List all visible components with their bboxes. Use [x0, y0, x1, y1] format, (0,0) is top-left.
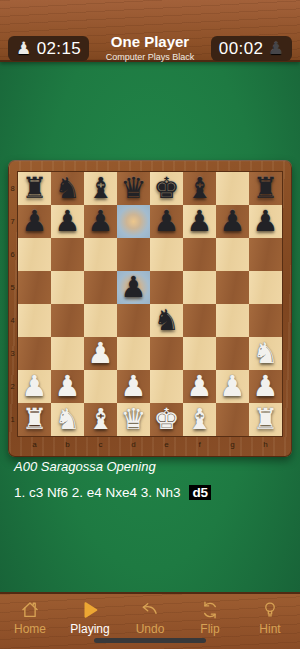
moves-played: 1. c3 Nf6 2. e4 Nxe4 3. Nh3 [14, 485, 181, 500]
square-g2[interactable]: ♟ [216, 370, 249, 403]
square-f1[interactable]: ♝ [183, 403, 216, 436]
rank-label-3: 3 [8, 337, 17, 370]
tab-hint[interactable]: Hint [240, 594, 300, 649]
square-c2[interactable] [84, 370, 117, 403]
square-g6[interactable] [216, 238, 249, 271]
top-bar: ♟ 02:15 One Player Computer Plays Black … [0, 0, 300, 62]
black-pawn-f7: ♟ [183, 205, 216, 238]
black-rook-h8: ♜ [249, 172, 282, 205]
home-indicator[interactable] [94, 638, 206, 643]
file-label-h: h [249, 438, 282, 452]
square-c1[interactable]: ♝ [84, 403, 117, 436]
file-labels: abcdefgh [18, 438, 282, 452]
square-a8[interactable]: ♜ [18, 172, 51, 205]
square-c8[interactable]: ♝ [84, 172, 117, 205]
square-f8[interactable]: ♝ [183, 172, 216, 205]
rank-label-6: 6 [8, 238, 17, 271]
square-c4[interactable] [84, 304, 117, 337]
white-bishop-f1: ♝ [183, 403, 216, 436]
black-pawn-d5: ♟ [117, 271, 150, 304]
file-label-f: f [183, 438, 216, 452]
square-f5[interactable] [183, 271, 216, 304]
file-label-b: b [51, 438, 84, 452]
white-pawn-c3: ♟ [84, 337, 117, 370]
white-knight-h3: ♞ [249, 337, 282, 370]
file-label-a: a [18, 438, 51, 452]
file-label-d: d [117, 438, 150, 452]
square-h6[interactable] [249, 238, 282, 271]
white-queen-d1: ♛ [117, 403, 150, 436]
square-a6[interactable] [18, 238, 51, 271]
square-f3[interactable] [183, 337, 216, 370]
file-label-g: g [216, 438, 249, 452]
board-grid: ♜♞♝♛♚♝♜♟♟♟♟♟♟♟♟♞♟♞♟♟♟♟♟♟♜♞♝♛♚♝♜ [17, 171, 283, 437]
white-pawn-a2: ♟ [18, 370, 51, 403]
black-rook-a8: ♜ [18, 172, 51, 205]
tab-home-label: Home [14, 622, 46, 636]
square-h4[interactable] [249, 304, 282, 337]
square-a7[interactable]: ♟ [18, 205, 51, 238]
opening-name: A00 Saragossa Opening [14, 459, 156, 474]
square-c5[interactable] [84, 271, 117, 304]
square-b7[interactable]: ♟ [51, 205, 84, 238]
white-pawn-f2: ♟ [183, 370, 216, 403]
square-d8[interactable]: ♛ [117, 172, 150, 205]
undo-icon [138, 598, 162, 621]
square-g1[interactable] [216, 403, 249, 436]
square-b1[interactable]: ♞ [51, 403, 84, 436]
white-rook-h1: ♜ [249, 403, 282, 436]
black-knight-b8: ♞ [51, 172, 84, 205]
black-clock: 00:02 ♟ [211, 36, 292, 61]
square-f2[interactable]: ♟ [183, 370, 216, 403]
white-pawn-h2: ♟ [249, 370, 282, 403]
square-a4[interactable] [18, 304, 51, 337]
square-g4[interactable] [216, 304, 249, 337]
square-d2[interactable]: ♟ [117, 370, 150, 403]
lightbulb-icon [258, 598, 282, 621]
square-c3[interactable]: ♟ [84, 337, 117, 370]
square-b8[interactable]: ♞ [51, 172, 84, 205]
move-list: 1. c3 Nf6 2. e4 Nxe4 3. Nh3 d5 [14, 485, 211, 500]
square-a5[interactable] [18, 271, 51, 304]
play-icon [78, 598, 102, 621]
square-h2[interactable]: ♟ [249, 370, 282, 403]
white-knight-b1: ♞ [51, 403, 84, 436]
black-pawn-a7: ♟ [18, 205, 51, 238]
square-b2[interactable]: ♟ [51, 370, 84, 403]
black-bishop-f8: ♝ [183, 172, 216, 205]
square-g7[interactable]: ♟ [216, 205, 249, 238]
square-e7[interactable]: ♟ [150, 205, 183, 238]
square-d4[interactable] [117, 304, 150, 337]
square-e2[interactable] [150, 370, 183, 403]
black-pawn-g7: ♟ [216, 205, 249, 238]
square-e8[interactable]: ♚ [150, 172, 183, 205]
white-bishop-c1: ♝ [84, 403, 117, 436]
square-f7[interactable]: ♟ [183, 205, 216, 238]
square-f6[interactable] [183, 238, 216, 271]
square-d5[interactable]: ♟ [117, 271, 150, 304]
square-h5[interactable] [249, 271, 282, 304]
file-label-e: e [150, 438, 183, 452]
square-b4[interactable] [51, 304, 84, 337]
file-label-c: c [84, 438, 117, 452]
black-pawn-h7: ♟ [249, 205, 282, 238]
current-move: d5 [189, 485, 211, 500]
flip-icon [198, 598, 222, 621]
app-root: ♟ 02:15 One Player Computer Plays Black … [0, 0, 300, 649]
square-d1[interactable]: ♛ [117, 403, 150, 436]
square-c7[interactable]: ♟ [84, 205, 117, 238]
rank-label-4: 4 [8, 304, 17, 337]
square-a2[interactable]: ♟ [18, 370, 51, 403]
square-g5[interactable] [216, 271, 249, 304]
white-pawn-d2: ♟ [117, 370, 150, 403]
square-f4[interactable] [183, 304, 216, 337]
white-pawn-g2: ♟ [216, 370, 249, 403]
square-h3[interactable]: ♞ [249, 337, 282, 370]
square-b6[interactable] [51, 238, 84, 271]
black-king-e8: ♚ [150, 172, 183, 205]
square-c6[interactable] [84, 238, 117, 271]
square-d3[interactable] [117, 337, 150, 370]
rank-label-5: 5 [8, 271, 17, 304]
tab-undo-label: Undo [136, 622, 165, 636]
rank-label-8: 8 [8, 172, 17, 205]
rank-label-2: 2 [8, 370, 17, 403]
square-g8[interactable] [216, 172, 249, 205]
square-b3[interactable] [51, 337, 84, 370]
white-rook-a1: ♜ [18, 403, 51, 436]
square-e1[interactable]: ♚ [150, 403, 183, 436]
white-pawn-b2: ♟ [51, 370, 84, 403]
square-e6[interactable] [150, 238, 183, 271]
rank-label-7: 7 [8, 205, 17, 238]
black-pawn-e7: ♟ [150, 205, 183, 238]
square-h7[interactable]: ♟ [249, 205, 282, 238]
black-pawn-icon: ♟ [268, 40, 284, 57]
square-e5[interactable] [150, 271, 183, 304]
square-e4[interactable]: ♞ [150, 304, 183, 337]
chess-board: 87654321 ♜♞♝♛♚♝♜♟♟♟♟♟♟♟♟♞♟♞♟♟♟♟♟♟♜♞♝♛♚♝♜… [8, 160, 292, 457]
square-g3[interactable] [216, 337, 249, 370]
black-pawn-c7: ♟ [84, 205, 117, 238]
square-a3[interactable] [18, 337, 51, 370]
tab-playing-label: Playing [70, 622, 109, 636]
black-pawn-b7: ♟ [51, 205, 84, 238]
square-e3[interactable] [150, 337, 183, 370]
square-b5[interactable] [51, 271, 84, 304]
square-h8[interactable]: ♜ [249, 172, 282, 205]
square-a1[interactable]: ♜ [18, 403, 51, 436]
white-king-e1: ♚ [150, 403, 183, 436]
tab-hint-label: Hint [259, 622, 280, 636]
black-bishop-c8: ♝ [84, 172, 117, 205]
square-h1[interactable]: ♜ [249, 403, 282, 436]
home-icon [18, 598, 42, 621]
square-d6[interactable] [117, 238, 150, 271]
tab-home[interactable]: Home [0, 594, 60, 649]
rank-label-1: 1 [8, 403, 17, 436]
rank-labels: 87654321 [8, 172, 17, 436]
black-queen-d8: ♛ [117, 172, 150, 205]
black-clock-time: 00:02 [219, 39, 264, 59]
tab-flip-label: Flip [200, 622, 219, 636]
square-d7[interactable] [117, 205, 150, 238]
black-knight-e4: ♞ [150, 304, 183, 337]
